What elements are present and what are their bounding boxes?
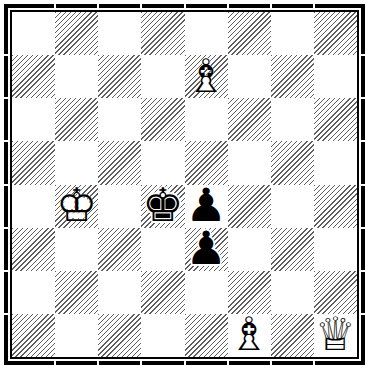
- square-a2[interactable]: [12, 271, 55, 314]
- square-g3[interactable]: [271, 228, 314, 271]
- square-b1[interactable]: [55, 314, 98, 357]
- square-a6[interactable]: [12, 98, 55, 141]
- square-e3[interactable]: ♟: [185, 228, 228, 271]
- square-d3[interactable]: [141, 228, 184, 271]
- square-h4[interactable]: [314, 185, 357, 228]
- square-g5[interactable]: [271, 141, 314, 184]
- square-d6[interactable]: [141, 98, 184, 141]
- square-g7[interactable]: [271, 55, 314, 98]
- square-a5[interactable]: [12, 141, 55, 184]
- square-c2[interactable]: [98, 271, 141, 314]
- square-c7[interactable]: [98, 55, 141, 98]
- square-h3[interactable]: [314, 228, 357, 271]
- square-d8[interactable]: [141, 12, 184, 55]
- square-c4[interactable]: [98, 185, 141, 228]
- square-d4[interactable]: ♚: [141, 185, 184, 228]
- square-g4[interactable]: [271, 185, 314, 228]
- square-a7[interactable]: [12, 55, 55, 98]
- white-bishop: ♝♗: [228, 314, 271, 357]
- square-f7[interactable]: [228, 55, 271, 98]
- square-b3[interactable]: [55, 228, 98, 271]
- square-h8[interactable]: [314, 12, 357, 55]
- square-c3[interactable]: [98, 228, 141, 271]
- square-g6[interactable]: [271, 98, 314, 141]
- square-b2[interactable]: [55, 271, 98, 314]
- black-king: ♚: [141, 185, 184, 228]
- square-a8[interactable]: [12, 12, 55, 55]
- square-f4[interactable]: [228, 185, 271, 228]
- square-f6[interactable]: [228, 98, 271, 141]
- square-e1[interactable]: [185, 314, 228, 357]
- square-e2[interactable]: [185, 271, 228, 314]
- white-bishop: ♝♗: [185, 55, 228, 98]
- square-b8[interactable]: [55, 12, 98, 55]
- square-b7[interactable]: [55, 55, 98, 98]
- white-queen: ♛♕: [314, 314, 357, 357]
- square-f8[interactable]: [228, 12, 271, 55]
- square-c8[interactable]: [98, 12, 141, 55]
- chessboard: ♝♗♚♔♚♟♟♝♗♛♕: [12, 12, 357, 357]
- square-f5[interactable]: [228, 141, 271, 184]
- square-g1[interactable]: [271, 314, 314, 357]
- square-e7[interactable]: ♝♗: [185, 55, 228, 98]
- square-e6[interactable]: [185, 98, 228, 141]
- square-g8[interactable]: [271, 12, 314, 55]
- square-f3[interactable]: [228, 228, 271, 271]
- square-h7[interactable]: [314, 55, 357, 98]
- square-h5[interactable]: [314, 141, 357, 184]
- black-pawn: ♟: [185, 228, 228, 271]
- white-king: ♚♔: [55, 185, 98, 228]
- square-b6[interactable]: [55, 98, 98, 141]
- square-d1[interactable]: [141, 314, 184, 357]
- square-c1[interactable]: [98, 314, 141, 357]
- square-b4[interactable]: ♚♔: [55, 185, 98, 228]
- square-h1[interactable]: ♛♕: [314, 314, 357, 357]
- square-c6[interactable]: [98, 98, 141, 141]
- chess-diagram: ♝♗♚♔♚♟♟♝♗♛♕: [0, 0, 369, 369]
- square-d7[interactable]: [141, 55, 184, 98]
- square-d2[interactable]: [141, 271, 184, 314]
- square-a1[interactable]: [12, 314, 55, 357]
- square-a4[interactable]: [12, 185, 55, 228]
- square-f1[interactable]: ♝♗: [228, 314, 271, 357]
- square-g2[interactable]: [271, 271, 314, 314]
- square-c5[interactable]: [98, 141, 141, 184]
- square-h6[interactable]: [314, 98, 357, 141]
- square-a3[interactable]: [12, 228, 55, 271]
